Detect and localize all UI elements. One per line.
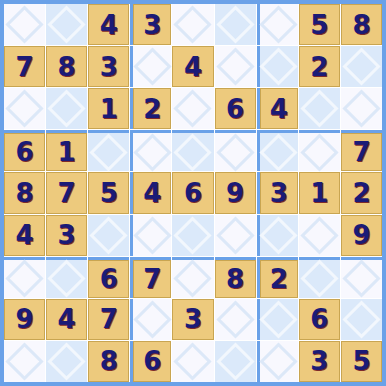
cell-r5c6: 9 (215, 172, 256, 213)
cell-r5c8: 1 (299, 172, 340, 213)
cell-r7c2[interactable] (46, 257, 87, 298)
diamond-ornament (216, 5, 254, 43)
cell-r5c3: 5 (88, 172, 129, 213)
cell-r6c9: 9 (341, 215, 382, 256)
diamond-ornament (216, 133, 254, 171)
cell-r7c5[interactable] (172, 257, 213, 298)
cell-r4c1: 6 (4, 130, 45, 171)
cell-r8c2: 4 (46, 299, 87, 340)
diamond-ornament (216, 48, 254, 86)
cell-r5c2: 7 (46, 172, 87, 213)
diamond-ornament (216, 342, 254, 380)
diamond-ornament (90, 133, 128, 171)
cell-r2c9[interactable] (341, 46, 382, 87)
cell-r8c6[interactable] (215, 299, 256, 340)
cell-r5c4: 4 (130, 172, 171, 213)
cell-r3c7: 4 (257, 88, 298, 129)
cell-r1c7[interactable] (257, 4, 298, 45)
cell-r3c5[interactable] (172, 88, 213, 129)
cell-r2c1: 7 (4, 46, 45, 87)
cell-r4c3[interactable] (88, 130, 129, 171)
diamond-ornament (300, 133, 338, 171)
cell-r6c5[interactable] (172, 215, 213, 256)
cell-r4c4[interactable] (130, 130, 171, 171)
diamond-ornament (300, 90, 338, 128)
cell-r2c3: 3 (88, 46, 129, 87)
cell-r1c3: 4 (88, 4, 129, 45)
diamond-ornament (174, 90, 212, 128)
cell-r1c6[interactable] (215, 4, 256, 45)
cell-r1c5[interactable] (172, 4, 213, 45)
cell-r3c2[interactable] (46, 88, 87, 129)
cell-r8c1: 9 (4, 299, 45, 340)
cell-r8c4[interactable] (130, 299, 171, 340)
diamond-ornament (174, 216, 212, 254)
diamond-ornament (48, 5, 86, 43)
diamond-ornament (5, 260, 43, 298)
sudoku-board: 4358783421264617875469312439678294736863… (0, 0, 386, 386)
cell-r7c7: 2 (257, 257, 298, 298)
cell-r3c3: 1 (88, 88, 129, 129)
cell-r5c7: 3 (257, 172, 298, 213)
cell-r9c9: 5 (341, 341, 382, 382)
cell-r9c8: 3 (299, 341, 340, 382)
cell-r1c8: 5 (299, 4, 340, 45)
cell-r6c8[interactable] (299, 215, 340, 256)
diamond-ornament (342, 260, 380, 298)
diamond-ornament (260, 5, 298, 43)
cell-r6c3[interactable] (88, 215, 129, 256)
diamond-ornament (300, 260, 338, 298)
diamond-ornament (342, 48, 380, 86)
cell-r8c3: 7 (88, 299, 129, 340)
cell-r9c3: 8 (88, 341, 129, 382)
cell-r2c5: 4 (172, 46, 213, 87)
cell-r1c4: 3 (130, 4, 171, 45)
cell-r7c6: 8 (215, 257, 256, 298)
diamond-ornament (216, 216, 254, 254)
cell-r3c4: 2 (130, 88, 171, 129)
diamond-ornament (48, 342, 86, 380)
cell-r9c2[interactable] (46, 341, 87, 382)
cell-r1c9: 8 (341, 4, 382, 45)
cell-r8c5: 3 (172, 299, 213, 340)
diamond-ornament (260, 133, 298, 171)
diamond-ornament (260, 300, 298, 338)
diamond-ornament (133, 133, 171, 171)
cell-r1c1[interactable] (4, 4, 45, 45)
cell-r6c1: 4 (4, 215, 45, 256)
cell-r2c8: 2 (299, 46, 340, 87)
diamond-ornament (133, 300, 171, 338)
cell-r7c8[interactable] (299, 257, 340, 298)
cell-r4c6[interactable] (215, 130, 256, 171)
cell-r1c2[interactable] (46, 4, 87, 45)
cell-r6c6[interactable] (215, 215, 256, 256)
diamond-ornament (174, 260, 212, 298)
cell-r4c2: 1 (46, 130, 87, 171)
diamond-ornament (48, 90, 86, 128)
cell-r9c7[interactable] (257, 341, 298, 382)
cell-r5c1: 8 (4, 172, 45, 213)
diamond-ornament (174, 342, 212, 380)
cell-r5c5: 6 (172, 172, 213, 213)
cell-r6c4[interactable] (130, 215, 171, 256)
cell-r7c1[interactable] (4, 257, 45, 298)
cell-r9c1[interactable] (4, 341, 45, 382)
diamond-ornament (133, 48, 171, 86)
cell-r4c5[interactable] (172, 130, 213, 171)
diamond-ornament (174, 133, 212, 171)
cell-r3c9[interactable] (341, 88, 382, 129)
diamond-ornament (216, 300, 254, 338)
diamond-ornament (133, 216, 171, 254)
diamond-ornament (260, 342, 298, 380)
diamond-ornament (5, 342, 43, 380)
diamond-ornament (342, 300, 380, 338)
diamond-ornament (300, 216, 338, 254)
diamond-ornament (48, 260, 86, 298)
cell-r6c2: 3 (46, 215, 87, 256)
cell-r7c4: 7 (130, 257, 171, 298)
cell-r2c4[interactable] (130, 46, 171, 87)
cell-r2c7[interactable] (257, 46, 298, 87)
diamond-ornament (260, 48, 298, 86)
cell-r8c8: 6 (299, 299, 340, 340)
cell-r7c9[interactable] (341, 257, 382, 298)
diamond-ornament (5, 5, 43, 43)
cell-r2c6[interactable] (215, 46, 256, 87)
cell-r9c6[interactable] (215, 341, 256, 382)
cell-r8c9[interactable] (341, 299, 382, 340)
cell-r8c7[interactable] (257, 299, 298, 340)
diamond-ornament (90, 216, 128, 254)
cell-r4c9: 7 (341, 130, 382, 171)
diamond-ornament (342, 90, 380, 128)
diamond-ornament (260, 216, 298, 254)
cell-r5c9: 2 (341, 172, 382, 213)
cell-r9c5[interactable] (172, 341, 213, 382)
cell-r4c8[interactable] (299, 130, 340, 171)
cell-r3c6: 6 (215, 88, 256, 129)
diamond-ornament (5, 90, 43, 128)
cell-r3c8[interactable] (299, 88, 340, 129)
diamond-ornament (174, 5, 212, 43)
cell-r6c7[interactable] (257, 215, 298, 256)
cell-r7c3: 6 (88, 257, 129, 298)
cell-r4c7[interactable] (257, 130, 298, 171)
cell-r3c1[interactable] (4, 88, 45, 129)
cell-r2c2: 8 (46, 46, 87, 87)
cell-r9c4: 6 (130, 341, 171, 382)
